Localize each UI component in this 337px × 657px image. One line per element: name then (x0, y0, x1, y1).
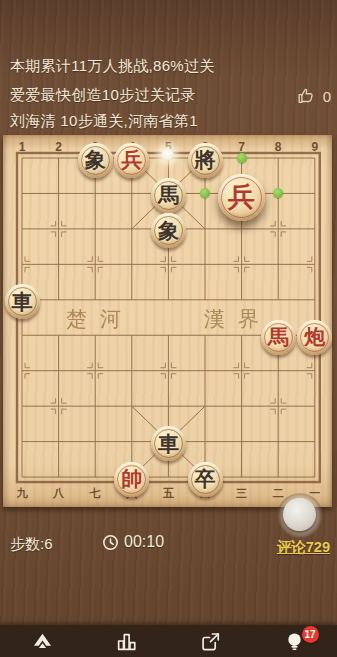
piece-red-cannon[interactable]: 炮 (297, 320, 332, 355)
piece-glyph: 車 (158, 430, 179, 458)
nav-share-button[interactable] (169, 625, 253, 657)
piece-red-horse[interactable]: 馬 (261, 320, 296, 355)
piece-glyph: 兵 (228, 179, 255, 215)
piece-glyph: 象 (158, 217, 179, 245)
like-button[interactable]: 0 (296, 86, 331, 106)
nav-hint-button[interactable]: 17 (253, 625, 337, 657)
piece-layer: 象兵將馬兵象車馬炮車帥卒 (0, 135, 337, 509)
timer-value: 00:10 (124, 533, 164, 551)
piece-glyph: 將 (195, 146, 216, 174)
piece-red-general[interactable]: 帥 (114, 462, 149, 497)
piece-glyph: 卒 (195, 465, 216, 493)
piece-black-soldier[interactable]: 卒 (188, 462, 223, 497)
piece-black-elephant[interactable]: 象 (151, 213, 186, 248)
xiangqi-board[interactable]: 123456789 九八七六五四三二一 楚河 漢界 象兵將馬兵象車馬炮車帥卒 (0, 135, 337, 509)
piece-glyph: 馬 (268, 323, 289, 351)
piece-black-elephant[interactable]: 象 (78, 143, 113, 178)
piece-red-soldier[interactable]: 兵 (114, 143, 149, 178)
bar-chart-icon (115, 630, 138, 653)
challenge-stats-line: 本期累计11万人挑战,86%过关 (10, 57, 215, 76)
timer: 00:10 (102, 533, 164, 551)
nav-stats-button[interactable] (84, 625, 168, 657)
bottom-nav: 17 (0, 625, 337, 657)
challenge-info-panel: 本期累计11万人挑战,86%过关 爱爱最快创造10步过关记录 刘海清 10步通关… (0, 0, 337, 135)
steps-counter: 步数:6 (10, 535, 53, 554)
piece-black-horse[interactable]: 馬 (151, 178, 186, 213)
piece-glyph: 帥 (121, 465, 142, 493)
piece-glyph: 象 (85, 146, 106, 174)
top-player-line: 刘海清 10步通关,河南省第1 (10, 112, 198, 131)
thumbs-up-icon (296, 86, 316, 106)
like-count: 0 (323, 88, 331, 105)
piece-black-chariot[interactable]: 車 (151, 426, 186, 461)
fastest-record-line: 爱爱最快创造10步过关记录 (10, 86, 196, 105)
piece-glyph: 兵 (121, 146, 142, 174)
hint-badge: 17 (302, 626, 319, 643)
piece-black-general[interactable]: 將 (188, 143, 223, 178)
piece-glyph: 馬 (158, 181, 179, 209)
nav-challenge-button[interactable] (0, 625, 84, 657)
clock-icon (102, 534, 119, 551)
piece-glyph: 炮 (304, 323, 325, 351)
piece-red-soldier-selected[interactable]: 兵 (218, 174, 265, 221)
status-bar: 步数:6 00:10 评论729 (0, 509, 337, 625)
piece-glyph: 車 (12, 288, 33, 316)
piece-black-chariot[interactable]: 車 (5, 284, 40, 319)
app-root: 本期累计11万人挑战,86%过关 爱爱最快创造10步过关记录 刘海清 10步通关… (0, 0, 337, 657)
share-icon (199, 630, 222, 653)
comments-link[interactable]: 评论729 (277, 538, 330, 557)
double-chevron-up-icon (31, 630, 54, 653)
